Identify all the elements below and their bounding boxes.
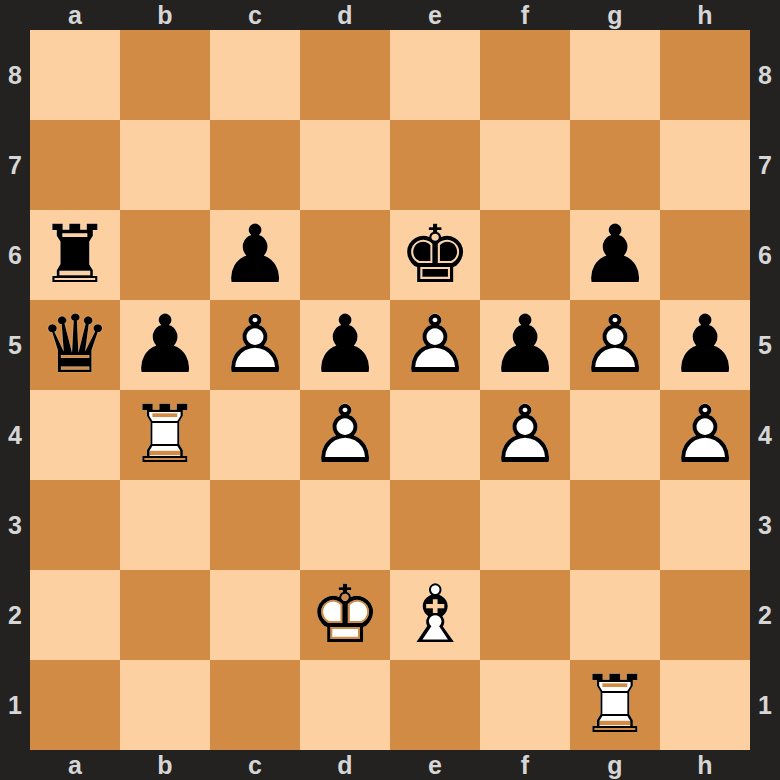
piece-white-pawn[interactable]: ♟♙ [570,300,660,390]
square-h3[interactable] [660,480,750,570]
square-c3[interactable] [210,480,300,570]
square-h4[interactable]: ♟♙ [660,390,750,480]
square-g1[interactable]: ♜♖ [570,660,660,750]
square-h5[interactable]: ♟ [660,300,750,390]
piece-black-queen[interactable]: ♛ [30,300,120,390]
file-label: g [570,0,660,30]
file-label: d [300,0,390,30]
square-b3[interactable] [120,480,210,570]
file-label: b [120,750,210,780]
piece-black-pawn[interactable]: ♟ [570,210,660,300]
piece-black-pawn[interactable]: ♟ [210,210,300,300]
square-d1[interactable] [300,660,390,750]
square-d5[interactable]: ♟ [300,300,390,390]
file-label: c [210,750,300,780]
piece-white-pawn[interactable]: ♟♙ [480,390,570,480]
chess-board-frame: abcdefgh 87654321 ♜♟♚♟♛♟♟♙♟♟♙♟♟♙♟♜♖♟♙♟♙♟… [0,0,780,780]
square-d4[interactable]: ♟♙ [300,390,390,480]
square-c6[interactable]: ♟ [210,210,300,300]
rank-label: 8 [750,30,780,120]
rank-label: 5 [750,300,780,390]
piece-black-pawn[interactable]: ♟ [120,300,210,390]
rank-label: 4 [750,390,780,480]
square-a2[interactable] [30,570,120,660]
rank-label: 1 [0,660,30,750]
file-label: e [390,0,480,30]
square-c5[interactable]: ♟♙ [210,300,300,390]
square-c4[interactable] [210,390,300,480]
square-f1[interactable] [480,660,570,750]
file-label: d [300,750,390,780]
piece-white-king[interactable]: ♚♔ [300,570,390,660]
piece-black-king[interactable]: ♚ [390,210,480,300]
rank-label: 2 [750,570,780,660]
piece-white-pawn[interactable]: ♟♙ [300,390,390,480]
rank-label: 3 [750,480,780,570]
square-c2[interactable] [210,570,300,660]
square-g8[interactable] [570,30,660,120]
square-e5[interactable]: ♟♙ [390,300,480,390]
file-label: h [660,0,750,30]
square-a5[interactable]: ♛ [30,300,120,390]
square-e4[interactable] [390,390,480,480]
file-labels-bottom: abcdefgh [30,750,750,780]
square-h6[interactable] [660,210,750,300]
file-label: c [210,0,300,30]
square-g5[interactable]: ♟♙ [570,300,660,390]
square-f4[interactable]: ♟♙ [480,390,570,480]
square-f6[interactable] [480,210,570,300]
square-f3[interactable] [480,480,570,570]
piece-white-bishop[interactable]: ♝♗ [390,570,480,660]
square-e2[interactable]: ♝♗ [390,570,480,660]
square-f8[interactable] [480,30,570,120]
square-f5[interactable]: ♟ [480,300,570,390]
piece-white-pawn[interactable]: ♟♙ [660,390,750,480]
square-g6[interactable]: ♟ [570,210,660,300]
square-d7[interactable] [300,120,390,210]
piece-white-pawn[interactable]: ♟♙ [210,300,300,390]
square-b1[interactable] [120,660,210,750]
square-e6[interactable]: ♚ [390,210,480,300]
square-b5[interactable]: ♟ [120,300,210,390]
file-label: f [480,0,570,30]
file-labels-top: abcdefgh [30,0,750,30]
square-h1[interactable] [660,660,750,750]
piece-black-pawn[interactable]: ♟ [300,300,390,390]
rank-labels-left: 87654321 [0,30,30,750]
file-label: g [570,750,660,780]
square-h2[interactable] [660,570,750,660]
rank-label: 6 [750,210,780,300]
file-label: b [120,0,210,30]
square-c1[interactable] [210,660,300,750]
square-b7[interactable] [120,120,210,210]
rank-label: 6 [0,210,30,300]
rank-label: 4 [0,390,30,480]
rank-label: 5 [0,300,30,390]
rank-label: 7 [0,120,30,210]
square-a4[interactable] [30,390,120,480]
rank-label: 8 [0,30,30,120]
file-label: f [480,750,570,780]
rank-labels-right: 87654321 [750,30,780,750]
file-label: a [30,750,120,780]
square-g4[interactable] [570,390,660,480]
file-label: a [30,0,120,30]
square-g7[interactable] [570,120,660,210]
square-c8[interactable] [210,30,300,120]
square-a8[interactable] [30,30,120,120]
file-label: h [660,750,750,780]
square-a3[interactable] [30,480,120,570]
square-g2[interactable] [570,570,660,660]
square-b8[interactable] [120,30,210,120]
piece-white-pawn[interactable]: ♟♙ [390,300,480,390]
square-d3[interactable] [300,480,390,570]
square-f2[interactable] [480,570,570,660]
square-a7[interactable] [30,120,120,210]
square-d6[interactable] [300,210,390,300]
square-e8[interactable] [390,30,480,120]
square-e3[interactable] [390,480,480,570]
piece-black-pawn[interactable]: ♟ [660,300,750,390]
square-f7[interactable] [480,120,570,210]
chess-board[interactable]: ♜♟♚♟♛♟♟♙♟♟♙♟♟♙♟♜♖♟♙♟♙♟♙♚♔♝♗♜♖ [30,30,750,750]
piece-white-rook[interactable]: ♜♖ [120,390,210,480]
square-d2[interactable]: ♚♔ [300,570,390,660]
square-e7[interactable] [390,120,480,210]
piece-black-rook[interactable]: ♜ [30,210,120,300]
rank-label: 1 [750,660,780,750]
square-d8[interactable] [300,30,390,120]
file-label: e [390,750,480,780]
piece-white-rook[interactable]: ♜♖ [570,660,660,750]
square-b6[interactable] [120,210,210,300]
square-b2[interactable] [120,570,210,660]
square-a1[interactable] [30,660,120,750]
rank-label: 3 [0,480,30,570]
square-h8[interactable] [660,30,750,120]
square-g3[interactable] [570,480,660,570]
rank-label: 7 [750,120,780,210]
square-h7[interactable] [660,120,750,210]
piece-black-pawn[interactable]: ♟ [480,300,570,390]
square-a6[interactable]: ♜ [30,210,120,300]
rank-label: 2 [0,570,30,660]
square-e1[interactable] [390,660,480,750]
square-b4[interactable]: ♜♖ [120,390,210,480]
square-c7[interactable] [210,120,300,210]
